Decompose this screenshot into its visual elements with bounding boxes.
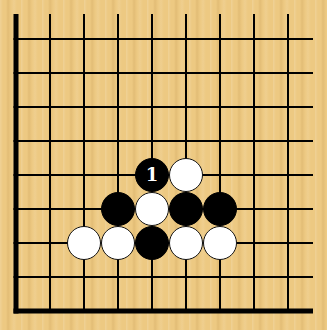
intersection-r1c7[interactable]	[203, 22, 237, 56]
intersection-r5c3[interactable]	[67, 158, 101, 192]
intersection-r1c8[interactable]	[237, 22, 271, 56]
black-stone	[203, 192, 237, 226]
intersection-r5c8[interactable]	[237, 158, 271, 192]
intersection-r6c4[interactable]	[101, 192, 135, 226]
intersection-r6c6[interactable]	[169, 192, 203, 226]
intersection-r8c3[interactable]	[67, 260, 101, 294]
white-stone	[169, 226, 203, 260]
intersection-r2c9[interactable]	[271, 56, 305, 90]
intersection-r1c1[interactable]	[0, 22, 33, 56]
intersection-r1c3[interactable]	[67, 22, 101, 56]
intersection-r7c4[interactable]	[101, 226, 135, 260]
intersection-r2c1[interactable]	[0, 56, 33, 90]
intersection-r6c3[interactable]	[67, 192, 101, 226]
intersection-r6c9[interactable]	[271, 192, 305, 226]
intersection-r9c2[interactable]	[33, 294, 67, 328]
intersection-r5c5[interactable]: 1	[135, 158, 169, 192]
intersection-r9c6[interactable]	[169, 294, 203, 328]
intersection-r3c8[interactable]	[237, 90, 271, 124]
intersection-r4c5[interactable]	[135, 124, 169, 158]
black-stone	[169, 192, 203, 226]
intersection-r1c2[interactable]	[33, 22, 67, 56]
intersection-r9c8[interactable]	[237, 294, 271, 328]
intersection-r9c9[interactable]	[271, 294, 305, 328]
intersection-r9c7[interactable]	[203, 294, 237, 328]
intersection-r6c5[interactable]	[135, 192, 169, 226]
intersection-r9c4[interactable]	[101, 294, 135, 328]
intersection-r9c3[interactable]	[67, 294, 101, 328]
board-intersections: 1	[0, 22, 305, 328]
intersection-r4c3[interactable]	[67, 124, 101, 158]
black-stone: 1	[135, 158, 169, 192]
white-stone	[67, 226, 101, 260]
intersection-r5c1[interactable]	[0, 158, 33, 192]
intersection-r3c2[interactable]	[33, 90, 67, 124]
intersection-r8c8[interactable]	[237, 260, 271, 294]
intersection-r2c8[interactable]	[237, 56, 271, 90]
intersection-r8c1[interactable]	[0, 260, 33, 294]
intersection-r4c9[interactable]	[271, 124, 305, 158]
intersection-r8c7[interactable]	[203, 260, 237, 294]
white-stone	[169, 158, 203, 192]
intersection-r8c9[interactable]	[271, 260, 305, 294]
intersection-r3c9[interactable]	[271, 90, 305, 124]
intersection-r6c1[interactable]	[0, 192, 33, 226]
intersection-r1c6[interactable]	[169, 22, 203, 56]
intersection-r9c5[interactable]	[135, 294, 169, 328]
white-stone	[101, 226, 135, 260]
intersection-r7c7[interactable]	[203, 226, 237, 260]
intersection-r9c1[interactable]	[0, 294, 33, 328]
black-stone	[101, 192, 135, 226]
intersection-r3c6[interactable]	[169, 90, 203, 124]
intersection-r6c2[interactable]	[33, 192, 67, 226]
intersection-r4c6[interactable]	[169, 124, 203, 158]
white-stone	[135, 192, 169, 226]
intersection-r2c3[interactable]	[67, 56, 101, 90]
intersection-r2c5[interactable]	[135, 56, 169, 90]
intersection-r5c9[interactable]	[271, 158, 305, 192]
intersection-r7c5[interactable]	[135, 226, 169, 260]
intersection-r4c7[interactable]	[203, 124, 237, 158]
intersection-r1c4[interactable]	[101, 22, 135, 56]
intersection-r2c6[interactable]	[169, 56, 203, 90]
intersection-r3c7[interactable]	[203, 90, 237, 124]
intersection-r7c1[interactable]	[0, 226, 33, 260]
intersection-r7c8[interactable]	[237, 226, 271, 260]
intersection-r3c1[interactable]	[0, 90, 33, 124]
intersection-r6c8[interactable]	[237, 192, 271, 226]
intersection-r1c9[interactable]	[271, 22, 305, 56]
intersection-r3c4[interactable]	[101, 90, 135, 124]
move-number-label: 1	[146, 166, 159, 184]
go-board-diagram: 1	[0, 0, 327, 330]
white-stone	[203, 226, 237, 260]
intersection-r4c1[interactable]	[0, 124, 33, 158]
intersection-r5c7[interactable]	[203, 158, 237, 192]
intersection-r1c5[interactable]	[135, 22, 169, 56]
intersection-r3c3[interactable]	[67, 90, 101, 124]
intersection-r7c6[interactable]	[169, 226, 203, 260]
intersection-r6c7[interactable]	[203, 192, 237, 226]
intersection-r2c4[interactable]	[101, 56, 135, 90]
intersection-r8c2[interactable]	[33, 260, 67, 294]
intersection-r5c2[interactable]	[33, 158, 67, 192]
intersection-r8c6[interactable]	[169, 260, 203, 294]
intersection-r4c8[interactable]	[237, 124, 271, 158]
intersection-r5c6[interactable]	[169, 158, 203, 192]
intersection-r8c4[interactable]	[101, 260, 135, 294]
intersection-r8c5[interactable]	[135, 260, 169, 294]
intersection-r2c7[interactable]	[203, 56, 237, 90]
intersection-r7c3[interactable]	[67, 226, 101, 260]
intersection-r4c2[interactable]	[33, 124, 67, 158]
intersection-r7c9[interactable]	[271, 226, 305, 260]
intersection-r5c4[interactable]	[101, 158, 135, 192]
intersection-r4c4[interactable]	[101, 124, 135, 158]
black-stone	[135, 226, 169, 260]
intersection-r2c2[interactable]	[33, 56, 67, 90]
intersection-r7c2[interactable]	[33, 226, 67, 260]
intersection-r3c5[interactable]	[135, 90, 169, 124]
